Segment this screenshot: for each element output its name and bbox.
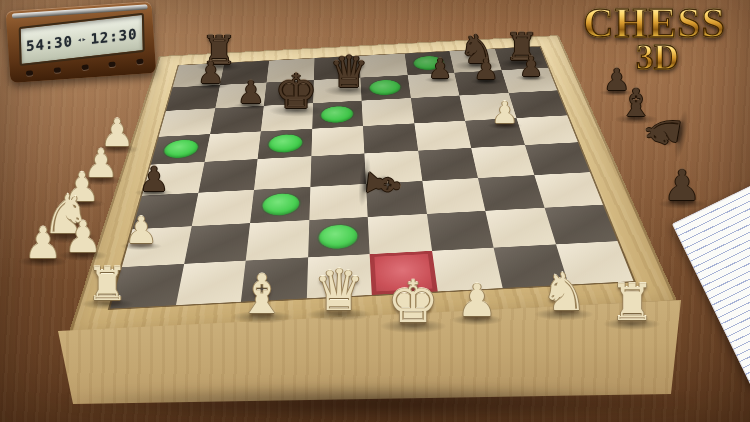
chess-3d-scene: ♜♟♟♚♛♞♜♟♟♟♟♝♟♟♜♝♛♚♟♞♜♟♟♟♞♟♟♟♝♞♟ 54:30 ◂▸… (0, 0, 750, 422)
captured-black-knight-toppled: ♞ (638, 108, 688, 154)
clock-left-time: 54:30 (26, 32, 73, 53)
piece-white-queen[interactable]: ♛ (313, 262, 364, 319)
square-d6[interactable] (312, 101, 363, 129)
clock-lcd-display: 54:30 ◂▸ 12:30 (19, 13, 145, 66)
legal-move-dot (321, 105, 353, 123)
square-h5[interactable] (516, 115, 578, 145)
piece-white-pawn[interactable]: ♟ (492, 98, 519, 128)
square-b2[interactable] (184, 223, 250, 263)
square-f6[interactable] (411, 96, 466, 124)
square-g3[interactable] (478, 175, 544, 211)
piece-black-king[interactable]: ♚ (274, 67, 317, 115)
square-b3[interactable] (191, 190, 254, 227)
piece-white-pawn[interactable]: ♟ (124, 212, 157, 249)
square-e2[interactable] (368, 214, 432, 254)
piece-black-pawn[interactable]: ♟ (519, 53, 543, 80)
game-logo: CHESS 3D (567, 2, 742, 75)
square-c3[interactable] (250, 187, 310, 224)
clock-button[interactable] (109, 61, 116, 67)
square-e6[interactable] (362, 98, 414, 126)
piece-black-pawn[interactable]: ♟ (428, 55, 452, 82)
square-b1[interactable] (175, 260, 245, 305)
square-e5[interactable] (363, 123, 418, 153)
piece-black-bishop-toppled[interactable]: ♝ (359, 162, 407, 207)
clock-body: 54:30 ◂▸ 12:30 (6, 1, 157, 83)
piece-white-bishop[interactable]: ♝ (238, 268, 286, 322)
square-g4[interactable] (471, 145, 534, 178)
captured-white-pawn: ♟ (64, 216, 103, 259)
piece-white-pawn[interactable]: ♟ (457, 278, 497, 323)
square-c4[interactable] (254, 156, 311, 189)
captured-black-pawn: ♟ (663, 165, 701, 207)
piece-black-pawn[interactable]: ♟ (237, 77, 265, 108)
square-h4[interactable] (525, 142, 590, 175)
square-g2[interactable] (485, 208, 555, 248)
captured-white-pawn: ♟ (24, 222, 63, 265)
piece-black-pawn[interactable]: ♟ (198, 58, 225, 88)
square-h2[interactable] (544, 205, 617, 244)
clock-button[interactable] (53, 67, 60, 73)
chess-clock: 54:30 ◂▸ 12:30 (3, 0, 158, 89)
square-a6[interactable] (159, 108, 215, 136)
square-f5[interactable] (414, 121, 471, 151)
square-b5[interactable] (204, 131, 261, 162)
square-d2[interactable] (308, 217, 370, 257)
piece-white-rook[interactable]: ♜ (610, 278, 655, 328)
clock-button[interactable] (26, 70, 33, 76)
clock-button[interactable] (136, 58, 143, 64)
clock-right-time: 12:30 (90, 25, 137, 46)
piece-white-knight[interactable]: ♞ (541, 266, 588, 318)
legal-move-dot (268, 134, 303, 154)
piece-white-king[interactable]: ♚ (387, 273, 439, 331)
square-b4[interactable] (198, 159, 258, 192)
piece-black-pawn[interactable]: ♟ (139, 162, 169, 196)
clock-move-indicator-icon: ◂▸ (77, 34, 87, 44)
square-f4[interactable] (418, 148, 478, 181)
square-f2[interactable] (427, 211, 494, 251)
legal-move-dot (162, 139, 200, 159)
square-c5[interactable] (258, 129, 312, 159)
legal-move-dot (369, 79, 401, 95)
square-f3[interactable] (422, 178, 485, 214)
clock-button[interactable] (81, 64, 88, 70)
legal-move-dot (261, 193, 299, 216)
piece-white-rook[interactable]: ♜ (86, 261, 127, 307)
piece-black-queen[interactable]: ♛ (329, 50, 368, 94)
legal-move-dot (319, 224, 358, 250)
square-d5[interactable] (311, 126, 364, 156)
square-h3[interactable] (534, 172, 603, 208)
piece-black-pawn[interactable]: ♟ (473, 56, 498, 84)
board-table-shadow (50, 384, 700, 422)
square-c2[interactable] (246, 220, 309, 260)
